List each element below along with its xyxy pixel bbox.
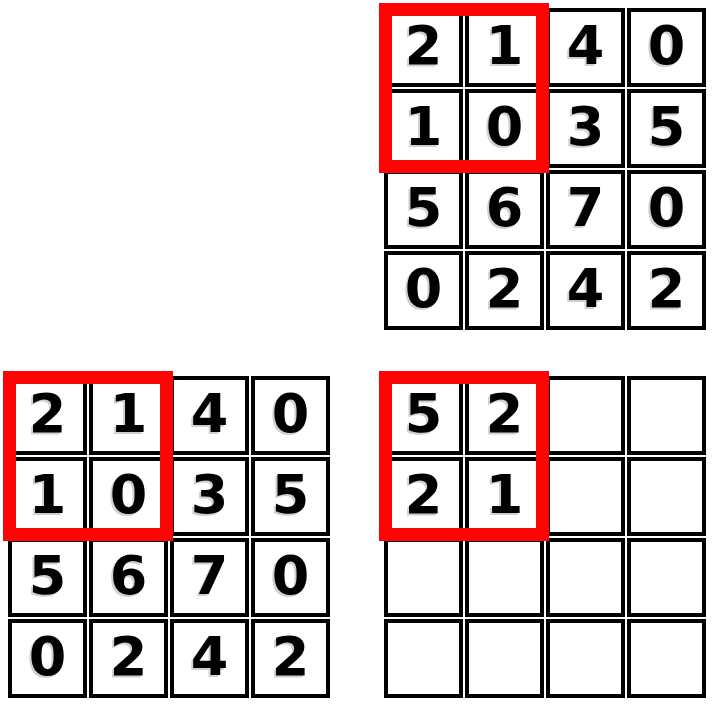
cell	[627, 376, 706, 455]
cell: 4	[170, 376, 249, 455]
cell: 0	[89, 457, 168, 536]
cell: 1	[8, 457, 87, 536]
cell	[627, 619, 706, 698]
cell: 2	[465, 251, 544, 330]
cell: 2	[627, 251, 706, 330]
cell	[465, 538, 544, 617]
cell: 2	[251, 619, 330, 698]
cell: 1	[89, 376, 168, 455]
cell	[384, 538, 463, 617]
cell	[546, 538, 625, 617]
cell: 2	[89, 619, 168, 698]
cell: 5	[251, 457, 330, 536]
cell: 6	[465, 170, 544, 249]
grid-output-bottom-right: 5 2 2 1	[384, 376, 706, 698]
cell: 4	[546, 8, 625, 87]
cell: 0	[8, 619, 87, 698]
cell: 2	[8, 376, 87, 455]
cell	[546, 619, 625, 698]
cell: 4	[546, 251, 625, 330]
cell: 2	[465, 376, 544, 455]
cell: 6	[89, 538, 168, 617]
cell: 0	[251, 538, 330, 617]
worksheet: 2 1 4 0 1 0 3 5 5 6 7 0 0 2 4 2 2 1 4 0 …	[0, 0, 720, 707]
cell: 0	[627, 170, 706, 249]
cell: 5	[8, 538, 87, 617]
cell	[546, 457, 625, 536]
cell: 2	[384, 457, 463, 536]
cell: 4	[170, 619, 249, 698]
cell: 7	[170, 538, 249, 617]
cell	[384, 619, 463, 698]
cell: 0	[465, 89, 544, 168]
cell: 0	[384, 251, 463, 330]
cell: 3	[170, 457, 249, 536]
cell	[546, 376, 625, 455]
cell: 5	[384, 170, 463, 249]
cell: 1	[465, 457, 544, 536]
grid-input-bottom-left: 2 1 4 0 1 0 3 5 5 6 7 0 0 2 4 2	[8, 376, 330, 698]
cell: 5	[627, 89, 706, 168]
cell: 5	[384, 376, 463, 455]
cell: 1	[465, 8, 544, 87]
cell: 0	[251, 376, 330, 455]
cell	[465, 619, 544, 698]
cell	[627, 457, 706, 536]
cell: 3	[546, 89, 625, 168]
cell: 2	[384, 8, 463, 87]
cell: 0	[627, 8, 706, 87]
cell: 7	[546, 170, 625, 249]
grid-input-top-right: 2 1 4 0 1 0 3 5 5 6 7 0 0 2 4 2	[384, 8, 706, 330]
cell: 1	[384, 89, 463, 168]
cell	[627, 538, 706, 617]
